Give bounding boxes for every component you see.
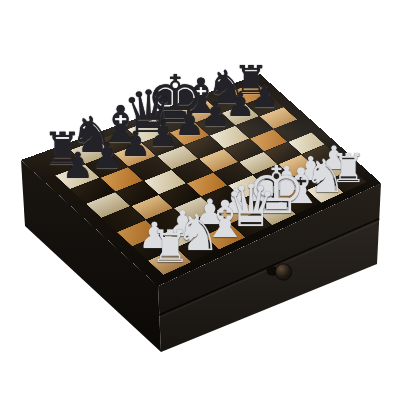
chess-set-product-photo: ♜♞♟♝♟♚♟♛♟♝♟♞♟♜♟♟♟♟♜♟♞♟♝♟♚♟♛♟♝♟♞♜ xyxy=(0,0,400,400)
drawer-knob xyxy=(275,264,291,280)
